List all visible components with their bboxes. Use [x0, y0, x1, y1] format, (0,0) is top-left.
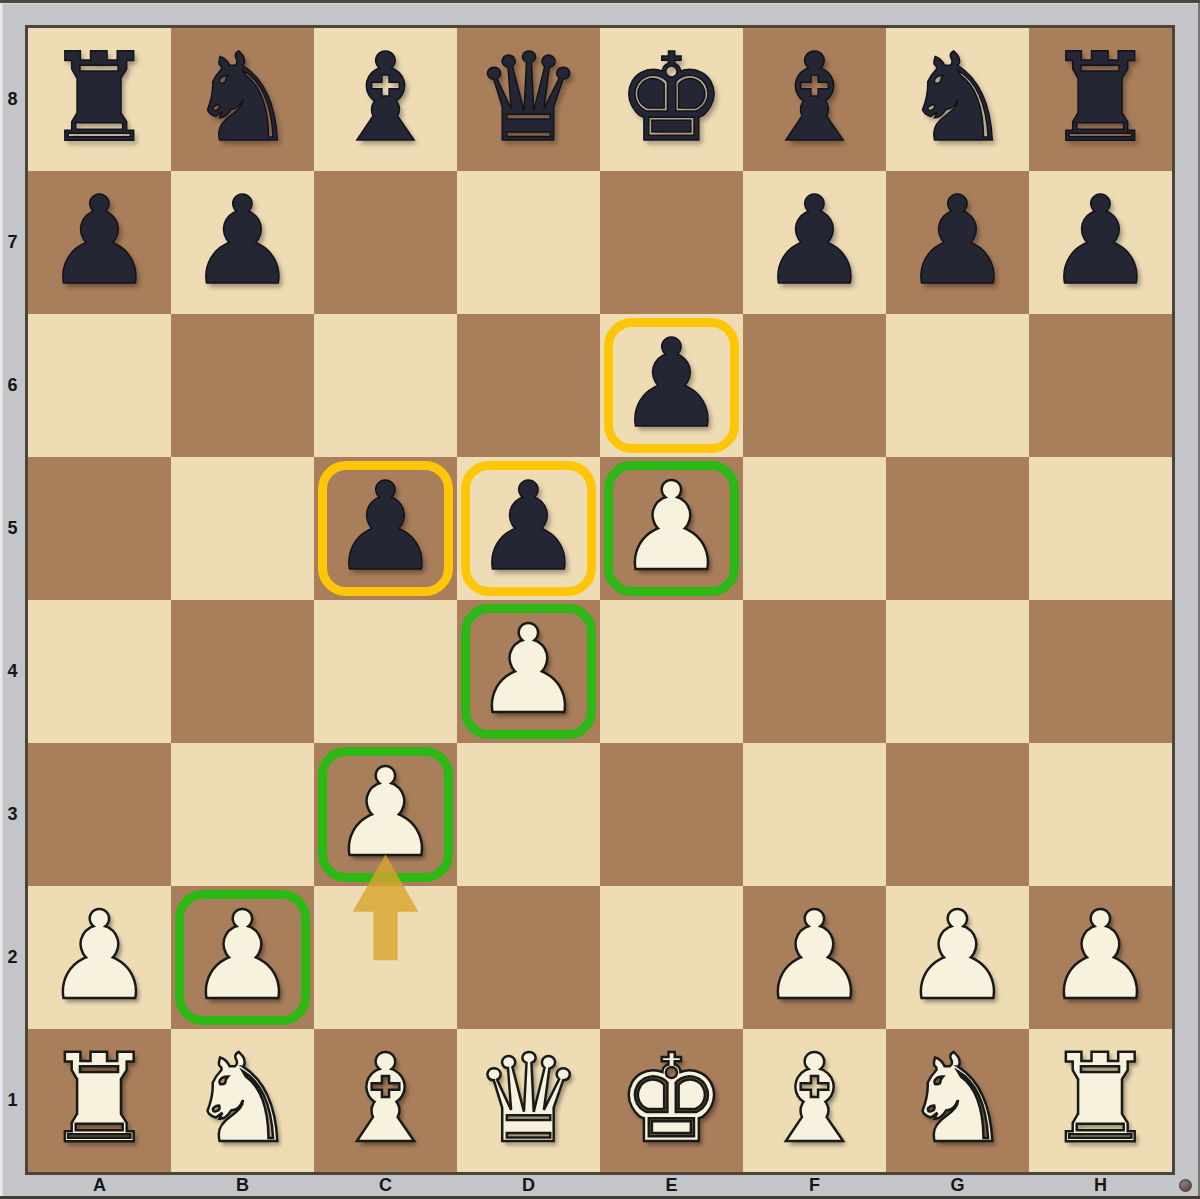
square-g3[interactable] — [886, 743, 1029, 886]
square-h7[interactable]: ♟ — [1029, 171, 1172, 314]
rank-label-3: 3 — [0, 743, 25, 886]
square-d7[interactable] — [457, 171, 600, 314]
black-rook: ♜ — [28, 28, 171, 171]
white-pawn: ♟ — [743, 886, 886, 1029]
white-rook: ♜ — [28, 1029, 171, 1172]
square-g5[interactable] — [886, 457, 1029, 600]
square-h8[interactable]: ♜ — [1029, 28, 1172, 171]
black-pawn: ♟ — [600, 314, 743, 457]
white-bishop: ♝ — [743, 1029, 886, 1172]
square-a3[interactable] — [28, 743, 171, 886]
black-rook: ♜ — [1029, 28, 1172, 171]
black-pawn: ♟ — [28, 171, 171, 314]
square-b5[interactable] — [171, 457, 314, 600]
square-d6[interactable] — [457, 314, 600, 457]
square-c6[interactable] — [314, 314, 457, 457]
square-e2[interactable] — [600, 886, 743, 1029]
black-knight: ♞ — [171, 28, 314, 171]
square-h3[interactable] — [1029, 743, 1172, 886]
square-a2[interactable]: ♟ — [28, 886, 171, 1029]
chess-board: ♜♞♝♛♚♝♞♜♟♟♟♟♟♟♟♟♟♟♟♟♟♟♟♟♜♞♝♛♚♝♞♜ — [25, 25, 1175, 1175]
square-f5[interactable] — [743, 457, 886, 600]
square-f4[interactable] — [743, 600, 886, 743]
square-h5[interactable] — [1029, 457, 1172, 600]
square-h4[interactable] — [1029, 600, 1172, 743]
square-d5[interactable]: ♟ — [457, 457, 600, 600]
file-label-b: B — [171, 1175, 314, 1195]
rank-label-8: 8 — [0, 28, 25, 171]
square-f6[interactable] — [743, 314, 886, 457]
white-bishop: ♝ — [314, 1029, 457, 1172]
square-d8[interactable]: ♛ — [457, 28, 600, 171]
square-g1[interactable]: ♞ — [886, 1029, 1029, 1172]
file-label-c: C — [314, 1175, 457, 1195]
square-a6[interactable] — [28, 314, 171, 457]
square-g7[interactable]: ♟ — [886, 171, 1029, 314]
square-b6[interactable] — [171, 314, 314, 457]
black-bishop: ♝ — [314, 28, 457, 171]
square-f3[interactable] — [743, 743, 886, 886]
square-a8[interactable]: ♜ — [28, 28, 171, 171]
black-pawn: ♟ — [314, 457, 457, 600]
square-b3[interactable] — [171, 743, 314, 886]
square-d3[interactable] — [457, 743, 600, 886]
white-knight: ♞ — [886, 1029, 1029, 1172]
file-label-g: G — [886, 1175, 1029, 1195]
square-g2[interactable]: ♟ — [886, 886, 1029, 1029]
rank-label-1: 1 — [0, 1029, 25, 1172]
square-e5[interactable]: ♟ — [600, 457, 743, 600]
file-label-e: E — [600, 1175, 743, 1195]
square-d2[interactable] — [457, 886, 600, 1029]
square-c2[interactable] — [314, 886, 457, 1029]
white-pawn: ♟ — [314, 743, 457, 886]
rank-label-2: 2 — [0, 886, 25, 1029]
white-pawn: ♟ — [1029, 886, 1172, 1029]
white-pawn: ♟ — [886, 886, 1029, 1029]
white-king: ♚ — [600, 1029, 743, 1172]
square-b8[interactable]: ♞ — [171, 28, 314, 171]
black-king: ♚ — [600, 28, 743, 171]
rank-label-6: 6 — [0, 314, 25, 457]
square-c3[interactable]: ♟ — [314, 743, 457, 886]
square-a1[interactable]: ♜ — [28, 1029, 171, 1172]
square-h6[interactable] — [1029, 314, 1172, 457]
black-pawn: ♟ — [1029, 171, 1172, 314]
square-f1[interactable]: ♝ — [743, 1029, 886, 1172]
square-c1[interactable]: ♝ — [314, 1029, 457, 1172]
file-label-h: H — [1029, 1175, 1172, 1195]
square-a5[interactable] — [28, 457, 171, 600]
white-pawn: ♟ — [600, 457, 743, 600]
square-h1[interactable]: ♜ — [1029, 1029, 1172, 1172]
square-g8[interactable]: ♞ — [886, 28, 1029, 171]
chess-board-frame: 87654321 ABCDEFGH ♜♞♝♛♚♝♞♜♟♟♟♟♟♟♟♟♟♟♟♟♟♟… — [0, 0, 1200, 1199]
square-b1[interactable]: ♞ — [171, 1029, 314, 1172]
black-pawn: ♟ — [743, 171, 886, 314]
square-d1[interactable]: ♛ — [457, 1029, 600, 1172]
rank-label-4: 4 — [0, 600, 25, 743]
square-e8[interactable]: ♚ — [600, 28, 743, 171]
square-b7[interactable]: ♟ — [171, 171, 314, 314]
corner-dot-icon — [1179, 1179, 1192, 1192]
square-b4[interactable] — [171, 600, 314, 743]
white-pawn: ♟ — [171, 886, 314, 1029]
square-f2[interactable]: ♟ — [743, 886, 886, 1029]
rank-label-7: 7 — [0, 171, 25, 314]
file-label-a: A — [28, 1175, 171, 1195]
black-queen: ♛ — [457, 28, 600, 171]
rank-label-5: 5 — [0, 457, 25, 600]
black-bishop: ♝ — [743, 28, 886, 171]
white-knight: ♞ — [171, 1029, 314, 1172]
file-label-d: D — [457, 1175, 600, 1195]
square-c7[interactable] — [314, 171, 457, 314]
white-queen: ♛ — [457, 1029, 600, 1172]
square-a7[interactable]: ♟ — [28, 171, 171, 314]
black-knight: ♞ — [886, 28, 1029, 171]
square-a4[interactable] — [28, 600, 171, 743]
black-pawn: ♟ — [886, 171, 1029, 314]
square-b2[interactable]: ♟ — [171, 886, 314, 1029]
black-pawn: ♟ — [457, 457, 600, 600]
square-c4[interactable] — [314, 600, 457, 743]
square-g4[interactable] — [886, 600, 1029, 743]
white-rook: ♜ — [1029, 1029, 1172, 1172]
white-pawn: ♟ — [28, 886, 171, 1029]
square-e1[interactable]: ♚ — [600, 1029, 743, 1172]
square-g6[interactable] — [886, 314, 1029, 457]
square-e4[interactable] — [600, 600, 743, 743]
square-f8[interactable]: ♝ — [743, 28, 886, 171]
square-e7[interactable] — [600, 171, 743, 314]
square-d4[interactable]: ♟ — [457, 600, 600, 743]
black-pawn: ♟ — [171, 171, 314, 314]
square-f7[interactable]: ♟ — [743, 171, 886, 314]
square-h2[interactable]: ♟ — [1029, 886, 1172, 1029]
square-e3[interactable] — [600, 743, 743, 886]
square-c8[interactable]: ♝ — [314, 28, 457, 171]
square-c5[interactable]: ♟ — [314, 457, 457, 600]
file-label-f: F — [743, 1175, 886, 1195]
white-pawn: ♟ — [457, 600, 600, 743]
square-e6[interactable]: ♟ — [600, 314, 743, 457]
